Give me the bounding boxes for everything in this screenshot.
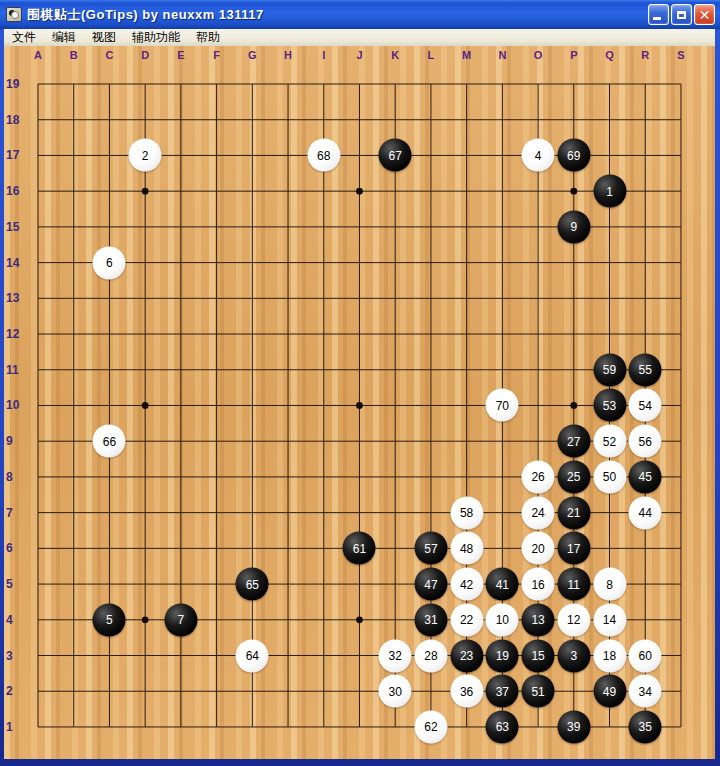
row-label-3: 3 <box>6 649 13 663</box>
row-label-2: 2 <box>6 684 13 698</box>
row-label-11: 11 <box>6 363 19 377</box>
stone-w10-N4: 10 <box>486 603 519 636</box>
stone-move-number: 26 <box>531 471 544 483</box>
stone-b11-P5: 11 <box>557 568 590 601</box>
stone-w30-K2: 30 <box>379 675 412 708</box>
column-label-H: H <box>284 49 292 61</box>
stone-b49-Q2: 49 <box>593 675 626 708</box>
stone-w52-Q9: 52 <box>593 425 626 458</box>
stone-move-number: 58 <box>460 507 473 519</box>
stone-move-number: 7 <box>178 614 185 626</box>
stone-b1-Q16: 1 <box>593 175 626 208</box>
stone-move-number: 3 <box>570 650 577 662</box>
row-label-16: 16 <box>6 184 19 198</box>
minimize-icon <box>653 17 661 20</box>
stone-w54-R10: 54 <box>629 389 662 422</box>
stone-move-number: 57 <box>424 542 437 554</box>
stone-move-number: 13 <box>531 614 544 626</box>
stone-w24-O7: 24 <box>522 496 555 529</box>
stone-b57-L6: 57 <box>414 532 447 565</box>
maximize-button[interactable] <box>671 4 692 25</box>
stone-b53-Q10: 53 <box>593 389 626 422</box>
star-point-D4 <box>142 616 149 623</box>
stone-move-number: 52 <box>603 435 616 447</box>
stone-b17-P6: 17 <box>557 532 590 565</box>
column-label-L: L <box>428 49 435 61</box>
star-point-P16 <box>570 188 577 195</box>
stone-move-number: 16 <box>531 578 544 590</box>
window-title: 围棋贴士(GoTips) by neuxxm 131117 <box>27 6 648 24</box>
row-label-18: 18 <box>6 113 19 127</box>
menu-item-0[interactable]: 文件 <box>4 28 44 47</box>
star-point-J4 <box>356 616 363 623</box>
column-label-Q: Q <box>605 49 614 61</box>
stone-b69-P17: 69 <box>557 139 590 172</box>
stone-b23-M3: 23 <box>450 639 483 672</box>
window-controls: ✕ <box>648 4 715 25</box>
stone-move-number: 22 <box>460 614 473 626</box>
stone-w16-O5: 16 <box>522 568 555 601</box>
stone-b35-R1: 35 <box>629 710 662 743</box>
stone-move-number: 34 <box>639 685 652 697</box>
stone-b47-L5: 47 <box>414 568 447 601</box>
menu-item-2[interactable]: 视图 <box>84 28 124 47</box>
stone-w8-Q5: 8 <box>593 568 626 601</box>
stone-move-number: 25 <box>567 471 580 483</box>
column-label-S: S <box>677 49 684 61</box>
titlebar[interactable]: 围棋贴士(GoTips) by neuxxm 131117 ✕ <box>0 0 720 29</box>
column-label-F: F <box>213 49 220 61</box>
stone-w26-O8: 26 <box>522 460 555 493</box>
stone-move-number: 12 <box>567 614 580 626</box>
stone-w14-Q4: 14 <box>593 603 626 636</box>
stone-move-number: 55 <box>639 364 652 376</box>
row-label-13: 13 <box>6 291 19 305</box>
stone-w62-L1: 62 <box>414 710 447 743</box>
stone-move-number: 53 <box>603 399 616 411</box>
stone-b13-O4: 13 <box>522 603 555 636</box>
stone-w4-O17: 4 <box>522 139 555 172</box>
stone-b45-R8: 45 <box>629 460 662 493</box>
column-label-D: D <box>141 49 149 61</box>
column-label-B: B <box>70 49 78 61</box>
stone-move-number: 56 <box>639 435 652 447</box>
row-label-6: 6 <box>6 541 13 555</box>
column-label-A: A <box>34 49 42 61</box>
stone-move-number: 11 <box>568 578 580 590</box>
menu-item-1[interactable]: 编辑 <box>44 28 84 47</box>
row-label-12: 12 <box>6 327 19 341</box>
stone-b25-P8: 25 <box>557 460 590 493</box>
stone-move-number: 15 <box>531 650 544 662</box>
stone-w32-K3: 32 <box>379 639 412 672</box>
stone-move-number: 1 <box>606 185 613 197</box>
stone-move-number: 54 <box>639 399 652 411</box>
stone-move-number: 27 <box>567 435 580 447</box>
stone-move-number: 4 <box>535 149 542 161</box>
stone-b7-E4: 7 <box>164 603 197 636</box>
stone-move-number: 59 <box>603 364 616 376</box>
stone-move-number: 8 <box>606 578 613 590</box>
stone-move-number: 69 <box>567 149 580 161</box>
stone-move-number: 21 <box>567 507 580 519</box>
stone-w68-I17: 68 <box>307 139 340 172</box>
stone-move-number: 18 <box>603 650 616 662</box>
stone-move-number: 65 <box>246 578 259 590</box>
stone-w50-Q8: 50 <box>593 460 626 493</box>
stone-b19-N3: 19 <box>486 639 519 672</box>
stone-w28-L3: 28 <box>414 639 447 672</box>
stone-w66-C9: 66 <box>93 425 126 458</box>
row-label-15: 15 <box>6 220 19 234</box>
column-label-R: R <box>641 49 649 61</box>
stone-move-number: 17 <box>567 542 580 554</box>
go-board[interactable]: ABCDEFGHIJKLMNOPQRS191817161514131211109… <box>4 46 715 759</box>
stone-move-number: 20 <box>531 542 544 554</box>
stone-b67-K17: 67 <box>379 139 412 172</box>
stone-move-number: 70 <box>496 399 509 411</box>
row-label-10: 10 <box>6 398 19 412</box>
stone-move-number: 64 <box>246 650 259 662</box>
row-label-8: 8 <box>6 470 13 484</box>
stone-w20-O6: 20 <box>522 532 555 565</box>
stone-move-number: 44 <box>639 507 652 519</box>
stone-b3-P3: 3 <box>557 639 590 672</box>
stone-move-number: 62 <box>424 721 437 733</box>
stone-move-number: 67 <box>389 149 402 161</box>
maximize-icon <box>677 11 686 19</box>
stone-move-number: 48 <box>460 542 473 554</box>
stone-move-number: 32 <box>389 650 402 662</box>
stone-move-number: 2 <box>142 149 149 161</box>
stone-move-number: 24 <box>531 507 544 519</box>
row-label-9: 9 <box>6 434 13 448</box>
column-label-I: I <box>322 49 325 61</box>
stone-b55-R11: 55 <box>629 353 662 386</box>
stone-w34-R2: 34 <box>629 675 662 708</box>
stone-move-number: 6 <box>106 257 113 269</box>
menu-item-4[interactable]: 帮助 <box>188 28 228 47</box>
stone-b61-J6: 61 <box>343 532 376 565</box>
stone-b39-P1: 39 <box>557 710 590 743</box>
stone-w6-C14: 6 <box>93 246 126 279</box>
stone-w70-N10: 70 <box>486 389 519 422</box>
star-point-D10 <box>142 402 149 409</box>
stone-move-number: 30 <box>389 685 402 697</box>
stone-w12-P4: 12 <box>557 603 590 636</box>
stone-b37-N2: 37 <box>486 675 519 708</box>
stone-move-number: 66 <box>103 435 116 447</box>
stone-move-number: 60 <box>639 650 652 662</box>
stone-move-number: 42 <box>460 578 473 590</box>
stone-move-number: 61 <box>353 542 366 554</box>
stone-move-number: 45 <box>639 471 652 483</box>
stone-move-number: 41 <box>496 578 509 590</box>
stone-w64-G3: 64 <box>236 639 269 672</box>
minimize-button[interactable] <box>648 4 669 25</box>
stone-move-number: 14 <box>603 614 616 626</box>
column-label-M: M <box>462 49 471 61</box>
row-label-1: 1 <box>6 720 13 734</box>
stone-w42-M5: 42 <box>450 568 483 601</box>
star-point-J10 <box>356 402 363 409</box>
row-label-7: 7 <box>6 506 13 520</box>
stone-move-number: 63 <box>496 721 509 733</box>
stone-w60-R3: 60 <box>629 639 662 672</box>
column-label-N: N <box>498 49 506 61</box>
stone-move-number: 39 <box>567 721 580 733</box>
star-point-P10 <box>570 402 577 409</box>
column-label-J: J <box>356 49 362 61</box>
stone-move-number: 68 <box>317 149 330 161</box>
stone-w48-M6: 48 <box>450 532 483 565</box>
star-point-D16 <box>142 188 149 195</box>
app-window: 围棋贴士(GoTips) by neuxxm 131117 ✕ 文件编辑视图辅助… <box>0 0 720 766</box>
stone-move-number: 23 <box>460 650 473 662</box>
stone-b59-Q11: 59 <box>593 353 626 386</box>
stone-move-number: 10 <box>496 614 509 626</box>
row-label-5: 5 <box>6 577 13 591</box>
column-label-E: E <box>177 49 184 61</box>
stone-move-number: 5 <box>106 614 113 626</box>
menu-item-3[interactable]: 辅助功能 <box>124 28 188 47</box>
close-button[interactable]: ✕ <box>694 4 715 25</box>
app-icon <box>6 7 22 22</box>
stone-b41-N5: 41 <box>486 568 519 601</box>
stone-w56-R9: 56 <box>629 425 662 458</box>
stone-b65-G5: 65 <box>236 568 269 601</box>
column-label-O: O <box>534 49 543 61</box>
stone-move-number: 51 <box>531 685 544 697</box>
stone-move-number: 9 <box>570 221 577 233</box>
stone-w2-D17: 2 <box>129 139 162 172</box>
column-label-K: K <box>391 49 399 61</box>
stone-b9-P15: 9 <box>557 210 590 243</box>
stone-move-number: 31 <box>424 614 437 626</box>
stone-move-number: 50 <box>603 471 616 483</box>
stone-move-number: 49 <box>603 685 616 697</box>
stone-move-number: 37 <box>496 685 509 697</box>
stone-move-number: 19 <box>496 650 509 662</box>
column-label-P: P <box>570 49 577 61</box>
stone-w18-Q3: 18 <box>593 639 626 672</box>
row-label-19: 19 <box>6 77 19 91</box>
stone-move-number: 36 <box>460 685 473 697</box>
stone-b63-N1: 63 <box>486 710 519 743</box>
stone-b21-P7: 21 <box>557 496 590 529</box>
stone-b51-O2: 51 <box>522 675 555 708</box>
menu-bar: 文件编辑视图辅助功能帮助 <box>4 29 715 46</box>
stone-w58-M7: 58 <box>450 496 483 529</box>
column-label-G: G <box>248 49 257 61</box>
star-point-J16 <box>356 188 363 195</box>
stone-move-number: 28 <box>424 650 437 662</box>
stone-w36-M2: 36 <box>450 675 483 708</box>
stone-move-number: 47 <box>424 578 437 590</box>
stone-w22-M4: 22 <box>450 603 483 636</box>
row-label-17: 17 <box>6 148 19 162</box>
stone-b5-C4: 5 <box>93 603 126 636</box>
row-label-4: 4 <box>6 613 13 627</box>
stone-b15-O3: 15 <box>522 639 555 672</box>
stone-move-number: 35 <box>639 721 652 733</box>
row-label-14: 14 <box>6 256 19 270</box>
column-label-C: C <box>105 49 113 61</box>
stone-b31-L4: 31 <box>414 603 447 636</box>
stone-b27-P9: 27 <box>557 425 590 458</box>
stone-w44-R7: 44 <box>629 496 662 529</box>
close-icon: ✕ <box>699 8 711 22</box>
